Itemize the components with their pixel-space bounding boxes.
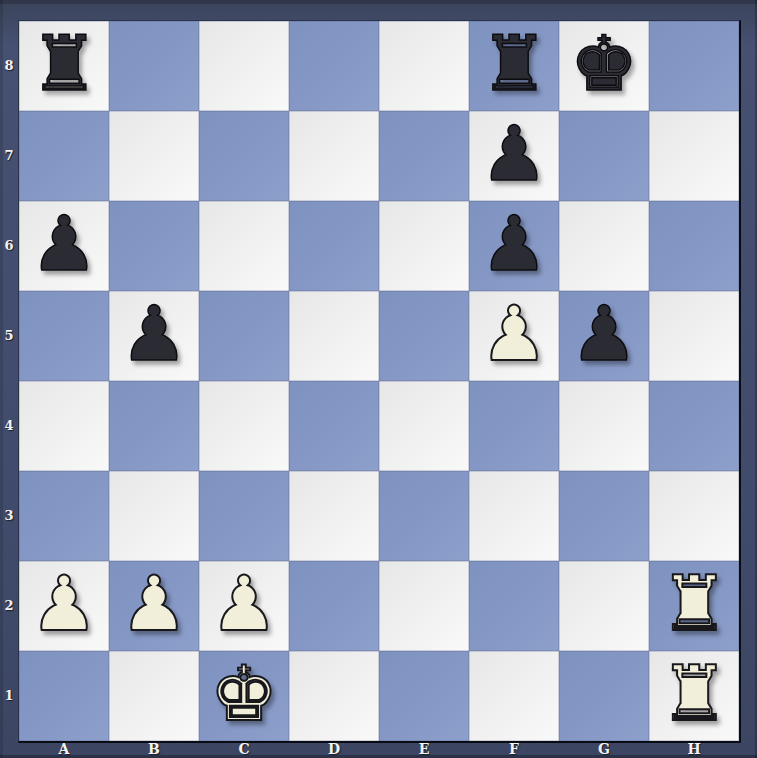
square-e1[interactable] <box>379 651 469 741</box>
square-b3[interactable] <box>109 471 199 561</box>
square-h3[interactable] <box>649 471 739 561</box>
square-d8[interactable] <box>289 21 379 111</box>
square-g1[interactable] <box>559 651 649 741</box>
rank-label-7: 7 <box>0 111 18 201</box>
white-pawn-b2[interactable]: ♟ <box>120 559 188 649</box>
file-label-c: C <box>199 742 289 758</box>
white-king-c1[interactable]: ♚ <box>210 649 278 739</box>
square-f5[interactable]: ♟ <box>469 291 559 381</box>
rank-label-4: 4 <box>0 381 18 471</box>
square-f6[interactable]: ♟ <box>469 201 559 291</box>
square-e4[interactable] <box>379 381 469 471</box>
square-d2[interactable] <box>289 561 379 651</box>
black-rook-a8[interactable]: ♜ <box>30 19 98 109</box>
rank-label-2: 2 <box>0 561 18 651</box>
square-a3[interactable] <box>19 471 109 561</box>
square-b5[interactable]: ♟ <box>109 291 199 381</box>
square-c2[interactable]: ♟ <box>199 561 289 651</box>
square-e2[interactable] <box>379 561 469 651</box>
square-d5[interactable] <box>289 291 379 381</box>
black-rook-f8[interactable]: ♜ <box>480 19 548 109</box>
file-label-h: H <box>649 742 739 758</box>
square-h6[interactable] <box>649 201 739 291</box>
square-f3[interactable] <box>469 471 559 561</box>
file-label-f: F <box>469 742 559 758</box>
square-d7[interactable] <box>289 111 379 201</box>
square-h5[interactable] <box>649 291 739 381</box>
square-b4[interactable] <box>109 381 199 471</box>
square-f8[interactable]: ♜ <box>469 21 559 111</box>
file-label-g: G <box>559 742 649 758</box>
square-c1[interactable]: ♚ <box>199 651 289 741</box>
square-e7[interactable] <box>379 111 469 201</box>
square-g3[interactable] <box>559 471 649 561</box>
square-d6[interactable] <box>289 201 379 291</box>
rank-label-8: 8 <box>0 21 18 111</box>
square-g4[interactable] <box>559 381 649 471</box>
chess-board: ♜♜♚♟♟♟♟♟♟♟♟♟♜♚♜ <box>18 20 741 743</box>
file-label-a: A <box>19 742 109 758</box>
square-a5[interactable] <box>19 291 109 381</box>
square-d4[interactable] <box>289 381 379 471</box>
black-pawn-f7[interactable]: ♟ <box>480 109 548 199</box>
chess-board-frame: ♜♜♚♟♟♟♟♟♟♟♟♟♜♚♜ 87654321 ABCDEFGH <box>0 0 757 758</box>
rank-label-5: 5 <box>0 291 18 381</box>
rank-label-6: 6 <box>0 201 18 291</box>
square-f4[interactable] <box>469 381 559 471</box>
square-c5[interactable] <box>199 291 289 381</box>
square-d1[interactable] <box>289 651 379 741</box>
square-d3[interactable] <box>289 471 379 561</box>
square-h1[interactable]: ♜ <box>649 651 739 741</box>
square-e6[interactable] <box>379 201 469 291</box>
square-g2[interactable] <box>559 561 649 651</box>
square-a7[interactable] <box>19 111 109 201</box>
square-f7[interactable]: ♟ <box>469 111 559 201</box>
white-rook-h1[interactable]: ♜ <box>660 649 728 739</box>
black-pawn-a6[interactable]: ♟ <box>30 199 98 289</box>
square-b6[interactable] <box>109 201 199 291</box>
black-pawn-g5[interactable]: ♟ <box>570 289 638 379</box>
square-c8[interactable] <box>199 21 289 111</box>
white-pawn-c2[interactable]: ♟ <box>210 559 278 649</box>
square-a6[interactable]: ♟ <box>19 201 109 291</box>
square-h7[interactable] <box>649 111 739 201</box>
square-c4[interactable] <box>199 381 289 471</box>
square-a1[interactable] <box>19 651 109 741</box>
square-h4[interactable] <box>649 381 739 471</box>
black-pawn-f6[interactable]: ♟ <box>480 199 548 289</box>
square-g7[interactable] <box>559 111 649 201</box>
white-pawn-f5[interactable]: ♟ <box>480 289 548 379</box>
square-g8[interactable]: ♚ <box>559 21 649 111</box>
file-label-d: D <box>289 742 379 758</box>
square-b2[interactable]: ♟ <box>109 561 199 651</box>
file-labels: ABCDEFGH <box>19 742 739 758</box>
square-b7[interactable] <box>109 111 199 201</box>
square-e8[interactable] <box>379 21 469 111</box>
square-h8[interactable] <box>649 21 739 111</box>
square-b8[interactable] <box>109 21 199 111</box>
black-pawn-b5[interactable]: ♟ <box>120 289 188 379</box>
rank-label-3: 3 <box>0 471 18 561</box>
square-f1[interactable] <box>469 651 559 741</box>
square-c7[interactable] <box>199 111 289 201</box>
square-e5[interactable] <box>379 291 469 381</box>
square-h2[interactable]: ♜ <box>649 561 739 651</box>
square-f2[interactable] <box>469 561 559 651</box>
square-g6[interactable] <box>559 201 649 291</box>
white-pawn-a2[interactable]: ♟ <box>30 559 98 649</box>
square-e3[interactable] <box>379 471 469 561</box>
square-c6[interactable] <box>199 201 289 291</box>
rank-label-1: 1 <box>0 651 18 741</box>
rank-labels: 87654321 <box>0 21 18 741</box>
file-label-e: E <box>379 742 469 758</box>
file-label-b: B <box>109 742 199 758</box>
square-b1[interactable] <box>109 651 199 741</box>
square-a2[interactable]: ♟ <box>19 561 109 651</box>
square-g5[interactable]: ♟ <box>559 291 649 381</box>
square-a4[interactable] <box>19 381 109 471</box>
white-rook-h2[interactable]: ♜ <box>660 559 728 649</box>
black-king-g8[interactable]: ♚ <box>570 19 638 109</box>
square-c3[interactable] <box>199 471 289 561</box>
square-a8[interactable]: ♜ <box>19 21 109 111</box>
